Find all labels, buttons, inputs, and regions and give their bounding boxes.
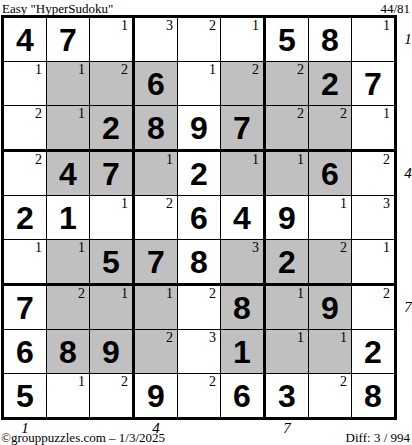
cell-r2c2[interactable]: 1 [47,62,90,106]
pencil-mark: 1 [121,19,128,34]
pencil-mark: 2 [340,107,347,122]
pencil-mark: 2 [209,375,216,390]
cell-value: 9 [190,112,208,144]
pencil-mark: 1 [252,19,259,34]
cell-r7c8[interactable]: 9 [309,286,352,330]
cell-r8c2[interactable]: 8 [47,330,90,374]
cell-r9c9[interactable]: 8 [352,374,394,417]
cell-r3c5[interactable]: 9 [178,106,221,152]
pencil-mark: 2 [209,287,216,302]
cell-value: 2 [16,202,34,234]
cell-r2c6[interactable]: 2 [221,62,266,106]
cell-value: 7 [59,24,77,56]
cell-r7c4[interactable]: 1 [135,286,178,330]
cell-r8c6[interactable]: 1 [221,330,266,374]
cell-r8c3[interactable]: 9 [90,330,135,374]
cell-r5c8[interactable]: 1 [309,196,352,240]
row-label-4: 4 [401,166,412,181]
pencil-mark: 1 [78,241,85,256]
pencil-mark: 1 [297,331,304,346]
cell-value: 8 [233,292,251,324]
pencil-mark: 1 [121,197,128,212]
cell-r3c4[interactable]: 8 [135,106,178,152]
cell-value: 2 [102,112,120,144]
cell-value: 2 [278,246,296,278]
cell-r6c7[interactable]: 2 [266,240,309,286]
cell-value: 8 [59,336,77,368]
pencil-mark: 2 [383,287,390,302]
cell-r6c9[interactable]: 1 [352,240,394,286]
cell-r3c3[interactable]: 2 [90,106,135,152]
cell-value: 2 [190,158,208,190]
cell-value: 7 [233,112,251,144]
cell-r9c1[interactable]: 5 [4,374,47,417]
cell-r5c3[interactable]: 1 [90,196,135,240]
pencil-mark: 2 [209,19,216,34]
cell-r1c1[interactable]: 4 [4,18,47,62]
cell-r1c9[interactable]: 1 [352,18,394,62]
cell-r1c6[interactable]: 1 [221,18,266,62]
row-label-7: 7 [401,300,412,315]
cell-r1c5[interactable]: 2 [178,18,221,62]
pencil-mark: 3 [252,241,259,256]
cell-r5c6[interactable]: 4 [221,196,266,240]
pencil-mark: 1 [383,19,390,34]
cell-value: 2 [321,68,339,100]
pencil-mark: 1 [78,107,85,122]
cell-value: 7 [16,292,34,324]
cell-value: 8 [147,112,165,144]
cell-r6c2[interactable]: 1 [47,240,90,286]
pencil-mark: 1 [297,153,304,168]
cell-r9c6[interactable]: 6 [221,374,266,417]
cell-value: 6 [190,202,208,234]
pencil-mark: 2 [252,63,259,78]
cell-r4c3[interactable]: 7 [90,152,135,196]
row-label-1: 1 [401,32,412,47]
cell-value: 5 [102,246,120,278]
pencil-mark: 1 [340,331,347,346]
cell-value: 6 [16,336,34,368]
cell-r9c8[interactable]: 2 [309,374,352,417]
cell-value: 1 [59,202,77,234]
cell-r2c8[interactable]: 2 [309,62,352,106]
cell-r9c7[interactable]: 3 [266,374,309,417]
cell-r8c1[interactable]: 6 [4,330,47,374]
cell-r1c7[interactable]: 5 [266,18,309,62]
pencil-mark: 2 [121,375,128,390]
cell-r4c9[interactable]: 2 [352,152,394,196]
cell-r3c9[interactable]: 1 [352,106,394,152]
puzzle-page: Easy "HyperSudoku" 44/81 471321581112612… [0,0,412,445]
cell-value: 8 [190,246,208,278]
pencil-mark: 3 [383,197,390,212]
cell-r2c5[interactable]: 1 [178,62,221,106]
cell-r7c5[interactable]: 2 [178,286,221,330]
cell-r4c4[interactable]: 1 [135,152,178,196]
cell-r6c8[interactable]: 2 [309,240,352,286]
pencil-mark: 2 [297,107,304,122]
pencil-mark: 2 [35,153,42,168]
cell-r7c6[interactable]: 8 [221,286,266,330]
cell-value: 9 [278,202,296,234]
cell-value: 6 [233,380,251,412]
cell-value: 7 [102,158,120,190]
pencil-mark: 1 [166,287,173,302]
cell-r9c3[interactable]: 2 [90,374,135,417]
cell-r4c7[interactable]: 1 [266,152,309,196]
cell-r2c3[interactable]: 2 [90,62,135,106]
cell-value: 6 [147,68,165,100]
pencil-mark: 1 [35,63,42,78]
cell-r6c5[interactable]: 8 [178,240,221,286]
cell-r4c6[interactable]: 1 [221,152,266,196]
cell-r5c5[interactable]: 6 [178,196,221,240]
cell-r9c4[interactable]: 9 [135,374,178,417]
pencil-mark: 3 [166,19,173,34]
cell-value: 7 [364,68,382,100]
pencil-mark: 2 [297,63,304,78]
cell-value: 4 [16,24,34,56]
cell-r6c1[interactable]: 1 [4,240,47,286]
pencil-mark: 2 [166,331,173,346]
cell-r8c5[interactable]: 3 [178,330,221,374]
pencil-mark: 1 [121,287,128,302]
cell-r1c8[interactable]: 8 [309,18,352,62]
pencil-mark: 1 [78,63,85,78]
cell-value: 4 [59,158,77,190]
cell-r3c1[interactable]: 2 [4,106,47,152]
cell-value: 8 [321,24,339,56]
pencil-mark: 1 [383,241,390,256]
pencil-mark: 2 [340,375,347,390]
pencil-mark: 1 [166,153,173,168]
cell-r8c4[interactable]: 2 [135,330,178,374]
pencil-mark: 2 [166,197,173,212]
pencil-mark: 3 [209,331,216,346]
pencil-mark: 1 [340,197,347,212]
cell-r2c4[interactable]: 6 [135,62,178,106]
cell-r4c8[interactable]: 6 [309,152,352,196]
cell-value: 5 [278,24,296,56]
cell-r4c5[interactable]: 2 [178,152,221,196]
cell-value: 9 [321,292,339,324]
copyright-text: ©grouppuzzles.com – 1/3/2025 [1,430,165,445]
pencil-mark: 2 [383,153,390,168]
cell-r5c2[interactable]: 1 [47,196,90,240]
cell-r1c2[interactable]: 7 [47,18,90,62]
cell-r1c4[interactable]: 3 [135,18,178,62]
cell-value: 5 [16,380,34,412]
cell-value: 2 [364,336,382,368]
cell-r6c3[interactable]: 5 [90,240,135,286]
pencil-mark: 1 [383,107,390,122]
pencil-mark: 1 [297,287,304,302]
cell-r8c8[interactable]: 1 [309,330,352,374]
cell-r1c3[interactable]: 1 [90,18,135,62]
cell-r9c2[interactable]: 1 [47,374,90,417]
pencil-mark: 1 [252,153,259,168]
pencil-mark: 2 [121,63,128,78]
pencil-mark: 2 [340,241,347,256]
cell-value: 9 [147,380,165,412]
cell-r6c4[interactable]: 7 [135,240,178,286]
cell-r8c9[interactable]: 2 [352,330,394,374]
cell-value: 4 [233,202,251,234]
difficulty-text: Diff: 3 / 994 [346,430,410,445]
cell-r7c1[interactable]: 7 [4,286,47,330]
cell-r3c2[interactable]: 1 [47,106,90,152]
pencil-mark: 1 [209,63,216,78]
cell-r9c5[interactable]: 2 [178,374,221,417]
cell-value: 7 [147,246,165,278]
cell-r5c1[interactable]: 2 [4,196,47,240]
cell-r7c7[interactable]: 1 [266,286,309,330]
cell-value: 3 [278,380,296,412]
cell-r6c6[interactable]: 3 [221,240,266,286]
pencil-mark: 1 [78,375,85,390]
pencil-mark: 2 [35,107,42,122]
cell-value: 1 [233,336,251,368]
cell-r8c7[interactable]: 1 [266,330,309,374]
cell-r3c7[interactable]: 2 [266,106,309,152]
cell-r4c2[interactable]: 4 [47,152,90,196]
cell-r5c7[interactable]: 9 [266,196,309,240]
cell-r7c9[interactable]: 2 [352,286,394,330]
cell-r5c4[interactable]: 2 [135,196,178,240]
cell-r5c9[interactable]: 3 [352,196,394,240]
cell-r4c1[interactable]: 2 [4,152,47,196]
cell-r2c1[interactable]: 1 [4,62,47,106]
pencil-mark: 2 [78,287,85,302]
sudoku-board: 4713215811126122272128972212471211622112… [1,15,397,420]
pencil-mark: 1 [35,241,42,256]
cell-value: 6 [321,158,339,190]
cell-value: 8 [364,380,382,412]
col-label-7: 7 [280,421,294,436]
cell-r7c3[interactable]: 1 [90,286,135,330]
cell-r7c2[interactable]: 2 [47,286,90,330]
cell-r2c7[interactable]: 2 [266,62,309,106]
cell-r3c8[interactable]: 2 [309,106,352,152]
cell-r3c6[interactable]: 7 [221,106,266,152]
cell-r2c9[interactable]: 7 [352,62,394,106]
cell-value: 9 [102,336,120,368]
